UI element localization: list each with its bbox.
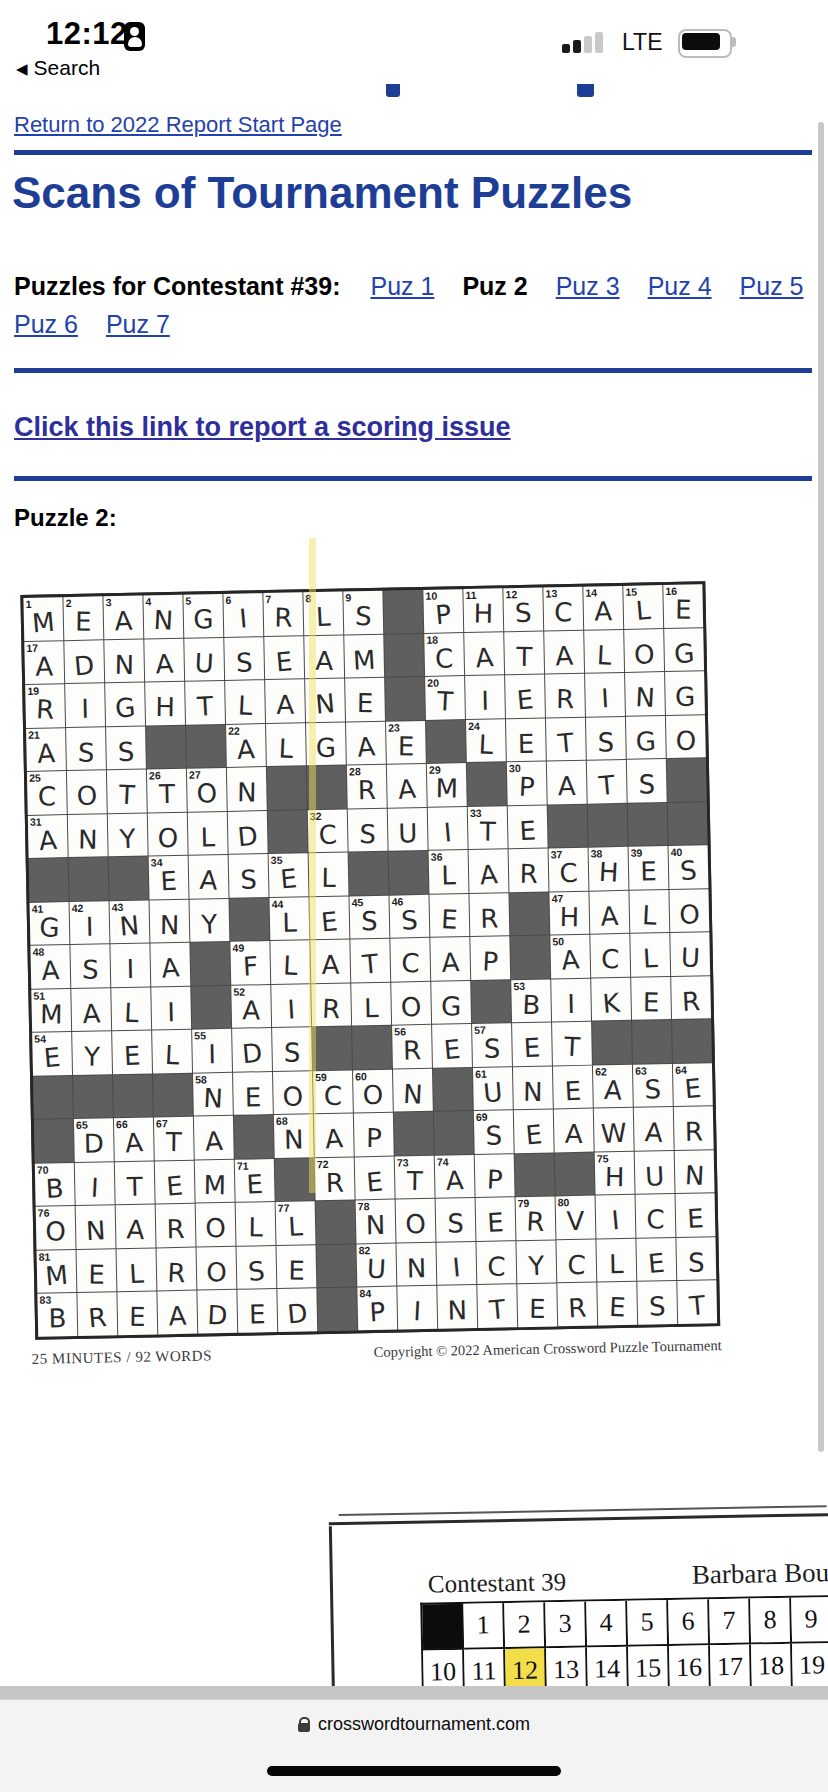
handwritten-letter: T (477, 1294, 518, 1326)
handwritten-letter: G (432, 992, 471, 1022)
handwritten-letter: E (64, 607, 103, 637)
grid-cell: I (271, 984, 311, 1027)
handwritten-letter: N (438, 1296, 478, 1326)
grid-cell (672, 1019, 712, 1062)
handwritten-letter: N (356, 1211, 396, 1241)
grid-cell: R (311, 983, 351, 1026)
handwritten-letter: T (395, 1166, 434, 1196)
handwritten-letter: E (672, 1072, 713, 1104)
grid-cell (34, 1119, 74, 1162)
grid-cell: N (437, 1285, 477, 1328)
grid-cell: S (272, 1027, 312, 1070)
grid-cell: 80V (556, 1196, 596, 1239)
scan-footer-left: 25 MINUTES / 92 WORDS (32, 1347, 213, 1368)
grid-cell: O (67, 770, 107, 813)
handwritten-letter: T (586, 770, 627, 802)
grid-cell: 16E (663, 584, 703, 627)
network-type-label: LTE (622, 29, 662, 56)
grid-cell: E (77, 1249, 117, 1292)
handwritten-letter: L (630, 943, 671, 974)
battery-nub (732, 37, 736, 47)
handwritten-letter: A (634, 1117, 674, 1148)
handwritten-letter: L (116, 1258, 157, 1289)
handwritten-letter: T (115, 1172, 155, 1202)
grid-cell: A (265, 679, 305, 722)
grid-cell: D (232, 1028, 272, 1071)
grid-cell (268, 810, 308, 853)
grid-cell: N (150, 899, 190, 942)
grid-cell: L (266, 723, 306, 766)
handwritten-letter: E (513, 1119, 554, 1151)
handwritten-letter: S (70, 955, 110, 986)
grid-cell: 75H (595, 1151, 635, 1194)
handwritten-letter: T (350, 948, 391, 980)
grid-cell (267, 766, 307, 809)
handwritten-letter: O (666, 725, 706, 756)
handwritten-letter: H (464, 599, 503, 629)
handwritten-letter: U (356, 1254, 396, 1285)
url-label: crosswordtournament.com (318, 1714, 530, 1735)
puzzle-nav-line1: Puzzles for Contestant #39: Puz 1Puz 2Pu… (14, 272, 804, 301)
handwritten-letter: D (64, 650, 105, 682)
handwritten-letter: R (545, 685, 584, 715)
handwritten-letter: L (629, 900, 669, 931)
grid-cell (317, 1287, 357, 1330)
handwritten-letter: A (103, 606, 144, 637)
handwritten-letter: L (188, 822, 228, 852)
slip-name-label: Barbara Bourla (692, 1557, 828, 1591)
grid-cell: A (314, 1113, 354, 1156)
grid-cell: C (390, 938, 430, 981)
handwritten-letter: S (638, 1292, 678, 1322)
grid-cell: L (152, 1030, 192, 1073)
grid-cell: 50A (550, 935, 590, 978)
handwritten-letter: E (636, 1247, 677, 1279)
handwritten-letter: A (468, 859, 509, 891)
grid-cell: E (276, 1245, 316, 1288)
handwritten-letter: L (466, 729, 506, 760)
handwritten-letter: S (348, 819, 388, 850)
grid-cell: 42I (70, 901, 110, 944)
puz-link[interactable]: Puz 5 (740, 272, 804, 301)
handwritten-letter: A (115, 1215, 155, 1246)
handwritten-letter: Y (189, 909, 230, 940)
handwritten-letter: N (75, 1216, 116, 1247)
grid-cell: M (344, 634, 384, 677)
handwritten-letter: F (230, 951, 271, 982)
grid-cell: S (676, 1237, 716, 1280)
grid-cell: C (556, 1239, 596, 1282)
grid-cell (113, 1074, 153, 1117)
grid-cell: L (188, 811, 228, 854)
grid-cell: G (665, 671, 705, 714)
handwritten-letter: I (595, 1204, 636, 1236)
grid-cell (385, 677, 425, 720)
grid-cell: D (64, 640, 104, 683)
handwritten-letter: G (663, 637, 704, 669)
handwritten-letter: A (311, 950, 351, 980)
grid-cell: 45S (349, 895, 389, 938)
handwritten-letter: R (25, 695, 65, 726)
grid-cell: L (270, 940, 310, 983)
handwritten-letter: G (665, 682, 705, 712)
handwritten-letter: R (311, 993, 351, 1024)
handwritten-letter: O (624, 640, 664, 670)
handwritten-letter: E (512, 1033, 553, 1064)
handwritten-letter: R (515, 1207, 555, 1238)
grid-cell: S (627, 759, 667, 802)
handwritten-letter: C (477, 1252, 516, 1282)
return-link[interactable]: Return to 2022 Report Start Page (14, 112, 342, 138)
handwritten-letter: C (27, 782, 66, 812)
grid-cell: I (397, 1286, 437, 1329)
handwritten-letter: U (184, 648, 224, 679)
grid-cell: 39E (629, 846, 669, 889)
grid-cell: N (625, 672, 665, 715)
grid-cell: A (157, 1291, 197, 1334)
grid-cell: 77L (276, 1201, 316, 1244)
score-cell: 18 (751, 1644, 793, 1691)
grid-cell: O (273, 1071, 313, 1114)
puz-link[interactable]: Puz 6 (14, 310, 78, 339)
grid-cell: I (428, 807, 468, 850)
handwritten-letter: D (277, 1298, 318, 1330)
handwritten-letter: L (429, 861, 469, 891)
handwritten-letter: S (627, 770, 666, 800)
grid-cell: E (636, 1237, 676, 1280)
handwritten-letter: B (35, 1173, 76, 1204)
handwritten-letter: E (112, 1041, 153, 1072)
grid-cell: 82U (356, 1243, 396, 1286)
grid-cell: D (228, 811, 268, 854)
slip-border (329, 1513, 828, 1525)
puz-current: Puz 2 (462, 272, 527, 301)
grid-cell (434, 1111, 474, 1154)
grid-cell (509, 892, 549, 935)
grid-cell: 30P (507, 761, 547, 804)
scan-footer-copyright: Copyright © 2022 American Crossword Puzz… (373, 1337, 721, 1361)
handwritten-letter: N (397, 1253, 437, 1283)
grid-cell: 33T (468, 806, 508, 849)
grid-cell: A (634, 1107, 674, 1150)
handwritten-letter: L (225, 691, 265, 722)
grid-cell: 69S (474, 1110, 514, 1153)
handwritten-letter: C (391, 949, 430, 979)
grid-cell: 73T (395, 1155, 435, 1198)
handwritten-letter: L (270, 908, 310, 938)
handwritten-letter: R (315, 1168, 355, 1198)
grid-cell: 18C (424, 633, 464, 676)
grid-cell (667, 758, 707, 801)
handwritten-letter: I (436, 1251, 477, 1283)
grid-cell: 67T (154, 1117, 194, 1160)
handwritten-letter: R (674, 1117, 714, 1147)
puzzle-scan: 1M2E3A4N5G6I7R8L9S10P11H12S13C14A15L16E1… (12, 549, 735, 1393)
handwritten-letter: E (675, 1204, 716, 1235)
grid-cell (190, 942, 230, 985)
handwritten-letter: I (427, 816, 468, 848)
handwritten-letter: L (236, 1213, 275, 1243)
grid-cell: O (197, 1246, 237, 1289)
grid-cell (467, 762, 507, 805)
grid-cell: E (476, 1197, 516, 1240)
grid-cell: 21A (26, 728, 66, 771)
yellow-scan-streak (309, 538, 316, 1193)
handwritten-letter: N (109, 910, 150, 942)
grid-cell (389, 851, 429, 894)
grid-cell (316, 1244, 356, 1287)
grid-cell: 27O (187, 768, 227, 811)
handwritten-letter: G (626, 726, 667, 757)
puz-link[interactable]: Puz 7 (106, 310, 170, 339)
handwritten-letter: A (71, 998, 112, 1029)
handwritten-letter: M (195, 1170, 234, 1200)
back-chevron-icon: ◀ (16, 58, 28, 79)
grid-cell (146, 725, 186, 768)
handwritten-letter: A (25, 652, 65, 682)
handwritten-letter: L (351, 993, 391, 1023)
grid-cell: U (635, 1151, 675, 1194)
handwritten-letter: E (386, 732, 425, 762)
grid-cell: 24L (466, 719, 506, 762)
handwritten-letter: E (664, 595, 703, 625)
grid-cell: 19R (25, 684, 65, 727)
handwritten-letter: E (264, 646, 305, 678)
grid-cell: 28R (347, 765, 387, 808)
handwritten-letter: B (511, 989, 551, 1020)
grid-cell: N (396, 1242, 436, 1285)
grid-cell: E (264, 636, 304, 679)
handwritten-letter: G (184, 605, 224, 635)
grid-cell: S (66, 727, 106, 770)
grid-cell: E (517, 1283, 557, 1326)
score-cell: 4 (586, 1601, 628, 1648)
grid-cell: A (116, 1204, 156, 1247)
home-indicator[interactable] (267, 1766, 561, 1776)
handwritten-letter: T (677, 1290, 718, 1322)
handwritten-letter: E (31, 1042, 72, 1074)
grid-cell: A (589, 890, 629, 933)
handwritten-letter: E (507, 815, 548, 846)
score-cell-black (422, 1604, 464, 1651)
grid-cell: S (106, 726, 146, 769)
grid-cell (33, 1076, 73, 1119)
grid-cell: R (157, 1247, 197, 1290)
lock-icon (298, 1723, 310, 1732)
handwritten-letter: D (74, 1129, 114, 1159)
handwritten-letter: C (636, 1205, 675, 1235)
handwritten-letter: A (144, 649, 185, 680)
handwritten-letter: I (271, 994, 312, 1025)
grid-cell: 53B (511, 979, 551, 1022)
handwritten-letter: N (393, 1079, 433, 1110)
handwritten-letter: L (275, 1212, 316, 1243)
handwritten-letter: B (38, 1304, 78, 1334)
puzzle-section-label: Puzzle 2: (14, 504, 117, 532)
grid-cell: 44L (270, 897, 310, 940)
grid-cell: 9S (343, 591, 383, 634)
grid-cell: L (351, 982, 391, 1025)
grid-cell (632, 1020, 672, 1063)
handwritten-letter: I (151, 997, 191, 1027)
grid-cell (230, 898, 270, 941)
grid-cell: R (77, 1292, 117, 1335)
handwritten-letter: H (145, 693, 184, 723)
grid-cell: C (636, 1194, 676, 1237)
clipped-heading-fragment (577, 84, 594, 97)
handwritten-letter: R (347, 776, 387, 806)
handwritten-letter: A (27, 824, 68, 856)
puz-link[interactable]: Puz 3 (556, 272, 620, 301)
grid-cell: 51M (31, 989, 71, 1032)
divider (14, 150, 812, 155)
handwritten-letter: Y (72, 1042, 111, 1072)
grid-cell: I (65, 683, 105, 726)
handwritten-letter: A (313, 1123, 354, 1155)
grid-cell (628, 803, 668, 846)
grid-cell: 55I (192, 1029, 232, 1072)
grid-cell: R (156, 1204, 196, 1247)
handwritten-letter: P (470, 947, 510, 978)
grid-cell: T (552, 1022, 592, 1065)
grid-cell (592, 1021, 632, 1064)
handwritten-letter: E (354, 1166, 395, 1198)
handwritten-letter: A (593, 1075, 633, 1106)
grid-cell: 29M (427, 763, 467, 806)
grid-cell: 7R (263, 592, 303, 635)
grid-cell: R (674, 1106, 714, 1149)
handwritten-letter: W (594, 1118, 635, 1149)
address-bar[interactable]: crosswordtournament.com (0, 1714, 828, 1735)
clue-number: 3 (105, 596, 111, 608)
grid-cell: 1M (23, 597, 63, 640)
grid-cell: L (225, 680, 265, 723)
handwritten-letter: R (156, 1258, 196, 1289)
score-cell: 9 (791, 1597, 828, 1644)
handwritten-letter: O (197, 1257, 237, 1287)
handwritten-letter: A (113, 1127, 154, 1159)
handwritten-letter: E (506, 729, 546, 759)
back-to-app-button[interactable]: ◀ Search (16, 56, 100, 80)
grid-cell: R (469, 893, 509, 936)
handwritten-letter: O (395, 1209, 436, 1241)
scan-edge-band (0, 1686, 828, 1699)
handwritten-letter: U (634, 1161, 675, 1192)
clue-number: 6 (225, 594, 231, 606)
grid-cell (349, 852, 389, 895)
grid-cell: 76O (36, 1206, 76, 1249)
handwritten-letter: T (468, 817, 507, 847)
handwritten-letter: A (584, 597, 624, 627)
grid-cell: O (624, 629, 664, 672)
handwritten-letter: A (386, 774, 427, 806)
grid-cell: S (637, 1281, 677, 1324)
grid-cell: I (110, 943, 150, 986)
puz-link[interactable]: Puz 1 (370, 272, 434, 301)
grid-cell: N (76, 1205, 116, 1248)
handwritten-letter: S (66, 737, 106, 768)
grid-cell: P (470, 936, 510, 979)
grid-cell: 43N (110, 900, 150, 943)
grid-cell: 74A (435, 1155, 475, 1198)
grid-cell: L (584, 629, 624, 672)
grid-cell: 37C (549, 848, 589, 891)
handwritten-letter: S (236, 1255, 277, 1287)
battery-icon (678, 29, 732, 58)
grid-cell (29, 858, 69, 901)
handwritten-letter: E (154, 1170, 195, 1202)
clock: 12:12 (46, 16, 128, 52)
handwritten-letter: A (464, 642, 505, 674)
grid-cell: G (664, 628, 704, 671)
grid-cell: D (277, 1288, 317, 1331)
grid-cell: A (430, 937, 470, 980)
handwritten-letter: S (474, 1121, 514, 1151)
handwritten-letter: L (152, 1040, 192, 1071)
handwritten-letter: C (591, 945, 630, 975)
handwritten-letter: I (585, 683, 626, 714)
grid-cell: 57S (472, 1023, 512, 1066)
grid-cell: U (388, 807, 428, 850)
scrollbar-thumb[interactable] (818, 122, 824, 1452)
handwritten-letter: E (504, 684, 545, 716)
handwritten-letter: S (106, 737, 146, 767)
handwritten-letter: E (268, 863, 309, 895)
puz-link[interactable]: Puz 4 (648, 272, 712, 301)
grid-cell: S (224, 637, 264, 680)
grid-cell: L (629, 890, 669, 933)
grid-cell: Y (72, 1031, 112, 1074)
handwritten-letter: R (470, 904, 510, 934)
handwritten-letter: N (68, 825, 107, 855)
browser-bottom-bar: crosswordtournament.com (0, 1699, 828, 1792)
handwritten-letter: E (77, 1260, 116, 1290)
score-cell: 6 (668, 1599, 710, 1646)
report-scoring-issue-link[interactable]: Click this link to report a scoring issu… (14, 412, 511, 443)
grid-cell: 64E (673, 1063, 713, 1106)
handwritten-letter: R (557, 1293, 598, 1324)
handwritten-letter: S (389, 905, 430, 936)
handwritten-letter: A (430, 947, 471, 978)
handwritten-letter: S (586, 727, 625, 757)
contestant-label: Puzzles for Contestant #39: (14, 272, 340, 301)
handwritten-letter: M (427, 774, 466, 804)
handwritten-letter: A (345, 731, 386, 763)
grid-cell: T (677, 1280, 717, 1323)
grid-cell: 62A (593, 1064, 633, 1107)
grid-cell: I (596, 1195, 636, 1238)
grid-cell: E (508, 805, 548, 848)
handwritten-letter: P (354, 1124, 393, 1154)
handwritten-letter: E (431, 1034, 472, 1066)
grid-cell: E (597, 1282, 637, 1325)
handwritten-letter: A (554, 1120, 593, 1150)
grid-cell (588, 803, 628, 846)
grid-cell: R (509, 848, 549, 891)
grid-cell: O (669, 889, 709, 932)
grid-cell: 17A (24, 641, 64, 684)
grid-cell: E (237, 1289, 277, 1332)
grid-cell: T (115, 1161, 155, 1204)
grid-cell: E (345, 678, 385, 721)
handwritten-letter: E (597, 1292, 637, 1323)
handwritten-letter: D (231, 1038, 272, 1070)
handwritten-letter: A (434, 1165, 475, 1196)
grid-cell: I (551, 978, 591, 1021)
grid-cell: A (194, 1116, 234, 1159)
grid-cell: R (557, 1283, 597, 1326)
handwritten-letter: O (186, 778, 227, 810)
